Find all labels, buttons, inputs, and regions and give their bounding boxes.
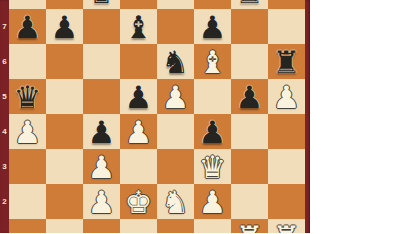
square-c1[interactable]	[83, 219, 120, 233]
piece-white-pawn[interactable]: ♟	[88, 152, 116, 183]
square-b2[interactable]	[46, 184, 83, 219]
square-b7[interactable]: ♟	[46, 9, 83, 44]
square-e8[interactable]	[157, 0, 194, 9]
piece-black-pawn[interactable]: ♟	[14, 12, 42, 43]
square-d7[interactable]: ♝	[120, 9, 157, 44]
square-b8[interactable]	[46, 0, 83, 9]
square-b1[interactable]	[46, 219, 83, 233]
rank-label-2: 2	[0, 197, 9, 206]
piece-white-king[interactable]: ♚	[125, 187, 153, 218]
piece-white-rook[interactable]: ♜	[273, 222, 301, 233]
piece-white-pawn[interactable]: ♟	[125, 117, 153, 148]
square-a3[interactable]	[9, 149, 46, 184]
square-h8[interactable]	[268, 0, 305, 9]
square-e4[interactable]	[157, 114, 194, 149]
piece-black-pawn[interactable]: ♟	[51, 12, 79, 43]
square-c7[interactable]	[83, 9, 120, 44]
square-b5[interactable]	[46, 79, 83, 114]
square-b3[interactable]	[46, 149, 83, 184]
rank-label-7: 7	[0, 22, 9, 31]
piece-black-pawn[interactable]: ♟	[199, 12, 227, 43]
rank-label-6: 6	[0, 57, 9, 66]
square-c6[interactable]	[83, 44, 120, 79]
square-c8[interactable]: ♚	[83, 0, 120, 9]
square-g1[interactable]: ♜	[231, 219, 268, 233]
piece-white-queen[interactable]: ♛	[199, 152, 227, 183]
piece-white-pawn[interactable]: ♟	[162, 82, 190, 113]
square-g7[interactable]	[231, 9, 268, 44]
square-c4[interactable]: ♟	[83, 114, 120, 149]
piece-black-king[interactable]: ♚	[88, 0, 116, 8]
square-f6[interactable]: ♝	[194, 44, 231, 79]
square-h6[interactable]: ♜	[268, 44, 305, 79]
piece-black-knight[interactable]: ♞	[162, 47, 190, 78]
square-h5[interactable]: ♟	[268, 79, 305, 114]
square-d2[interactable]: ♚	[120, 184, 157, 219]
square-e5[interactable]: ♟	[157, 79, 194, 114]
piece-white-knight[interactable]: ♞	[162, 187, 190, 218]
square-a5[interactable]: ♛	[9, 79, 46, 114]
piece-white-pawn[interactable]: ♟	[14, 117, 42, 148]
square-a2[interactable]	[9, 184, 46, 219]
square-f4[interactable]: ♟	[194, 114, 231, 149]
square-d5[interactable]: ♟	[120, 79, 157, 114]
square-e1[interactable]	[157, 219, 194, 233]
piece-black-pawn[interactable]: ♟	[236, 82, 264, 113]
rank-label-5: 5	[0, 92, 9, 101]
piece-black-pawn[interactable]: ♟	[88, 117, 116, 148]
square-f1[interactable]	[194, 219, 231, 233]
piece-white-pawn[interactable]: ♟	[273, 82, 301, 113]
square-h4[interactable]	[268, 114, 305, 149]
square-g4[interactable]	[231, 114, 268, 149]
square-g2[interactable]	[231, 184, 268, 219]
piece-black-queen[interactable]: ♛	[14, 82, 42, 113]
square-a1[interactable]	[9, 219, 46, 233]
square-g8[interactable]: ♜	[231, 0, 268, 9]
square-a6[interactable]	[9, 44, 46, 79]
square-e7[interactable]	[157, 9, 194, 44]
square-h1[interactable]: ♜	[268, 219, 305, 233]
piece-white-pawn[interactable]: ♟	[199, 187, 227, 218]
rank-label-3: 3	[0, 162, 9, 171]
square-c3[interactable]: ♟	[83, 149, 120, 184]
square-g5[interactable]: ♟	[231, 79, 268, 114]
square-d4[interactable]: ♟	[120, 114, 157, 149]
piece-black-rook[interactable]: ♜	[236, 0, 264, 8]
piece-black-pawn[interactable]: ♟	[199, 117, 227, 148]
rank-label-4: 4	[0, 127, 9, 136]
piece-black-bishop[interactable]: ♝	[125, 12, 153, 43]
square-e3[interactable]	[157, 149, 194, 184]
square-f5[interactable]	[194, 79, 231, 114]
square-d3[interactable]	[120, 149, 157, 184]
square-g6[interactable]	[231, 44, 268, 79]
square-f3[interactable]: ♛	[194, 149, 231, 184]
piece-black-rook[interactable]: ♜	[273, 47, 301, 78]
square-g3[interactable]	[231, 149, 268, 184]
piece-white-bishop[interactable]: ♝	[199, 47, 227, 78]
square-c5[interactable]	[83, 79, 120, 114]
rank-label-1: 1	[0, 232, 9, 234]
square-d1[interactable]	[120, 219, 157, 233]
square-h7[interactable]	[268, 9, 305, 44]
screenshot-canvas: ♚♜♟♟♝♟♞♝♜♛♟♟♟♟♟♟♟♟♟♛♟♚♞♟♜♜ 87654321	[0, 0, 414, 233]
board-frame: ♚♜♟♟♝♟♞♝♜♛♟♟♟♟♟♟♟♟♟♛♟♚♞♟♜♜ 87654321	[0, 0, 310, 233]
piece-white-pawn[interactable]: ♟	[88, 187, 116, 218]
square-a8[interactable]	[9, 0, 46, 9]
square-h3[interactable]	[268, 149, 305, 184]
square-b6[interactable]	[46, 44, 83, 79]
square-h2[interactable]	[268, 184, 305, 219]
square-b4[interactable]	[46, 114, 83, 149]
square-f7[interactable]: ♟	[194, 9, 231, 44]
square-f8[interactable]	[194, 0, 231, 9]
chess-board: ♚♜♟♟♝♟♞♝♜♛♟♟♟♟♟♟♟♟♟♛♟♚♞♟♜♜	[9, 0, 305, 233]
square-e2[interactable]: ♞	[157, 184, 194, 219]
square-e6[interactable]: ♞	[157, 44, 194, 79]
square-f2[interactable]: ♟	[194, 184, 231, 219]
piece-black-pawn[interactable]: ♟	[125, 82, 153, 113]
square-c2[interactable]: ♟	[83, 184, 120, 219]
square-d8[interactable]	[120, 0, 157, 9]
square-a7[interactable]: ♟	[9, 9, 46, 44]
square-a4[interactable]: ♟	[9, 114, 46, 149]
piece-white-rook[interactable]: ♜	[236, 222, 264, 233]
square-d6[interactable]	[120, 44, 157, 79]
